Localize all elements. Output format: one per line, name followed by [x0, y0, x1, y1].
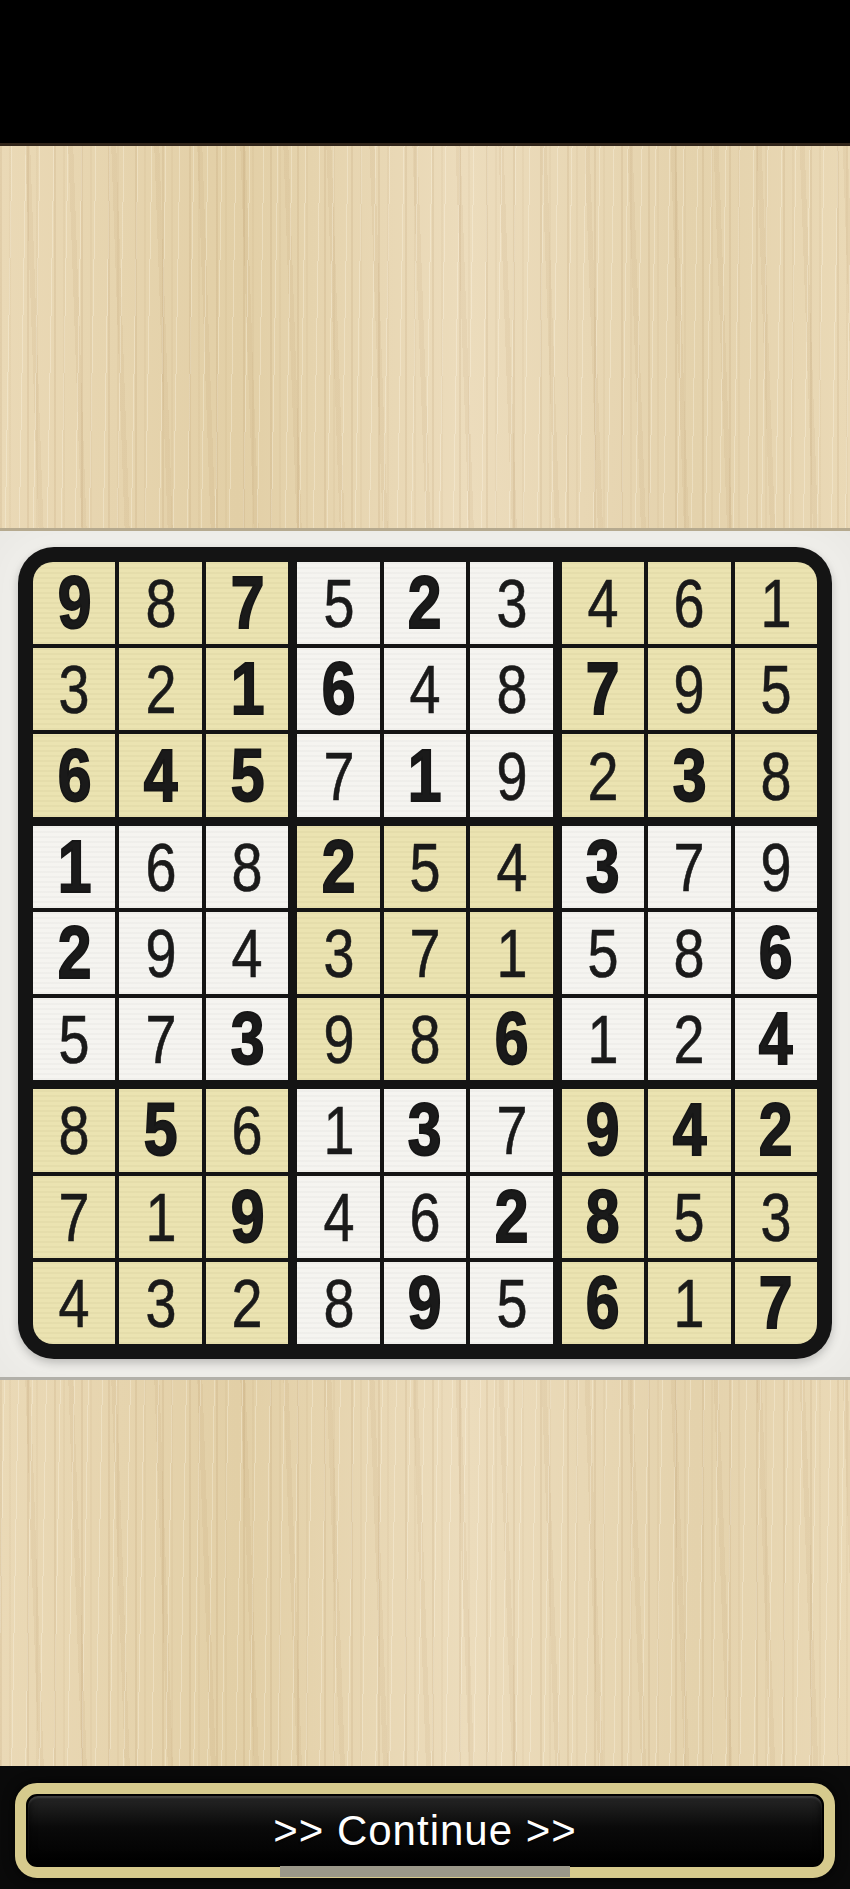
box-4: 168294573	[33, 826, 288, 1081]
solved-digit: 2	[232, 1269, 263, 1337]
cell-r7c8[interactable]: 4	[648, 1089, 730, 1171]
bottom-action-bar: >> Continue >>	[0, 1766, 850, 1889]
cell-r2c3[interactable]: 1	[206, 648, 288, 730]
solved-digit: 7	[323, 742, 354, 810]
solved-digit: 9	[496, 742, 527, 810]
given-digit: 2	[408, 566, 442, 640]
cell-r9c9[interactable]: 7	[735, 1262, 817, 1344]
solved-digit: 8	[323, 1269, 354, 1337]
given-digit: 2	[57, 916, 91, 990]
cell-r5c8[interactable]: 8	[648, 912, 730, 994]
solved-digit: 9	[760, 833, 791, 901]
cell-r8c9[interactable]: 3	[735, 1176, 817, 1258]
cell-r4c3[interactable]: 8	[206, 826, 288, 908]
cell-r5c2[interactable]: 9	[119, 912, 201, 994]
cell-r4c4[interactable]: 2	[297, 826, 379, 908]
cell-r1c4[interactable]: 5	[297, 562, 379, 644]
solved-digit: 6	[409, 1183, 440, 1251]
cell-r8c5[interactable]: 6	[384, 1176, 466, 1258]
solved-digit: 1	[145, 1183, 176, 1251]
cell-r2c6[interactable]: 8	[470, 648, 552, 730]
solved-digit: 3	[145, 1269, 176, 1337]
solved-digit: 9	[674, 655, 705, 723]
solved-digit: 3	[760, 1183, 791, 1251]
cell-r5c9[interactable]: 6	[735, 912, 817, 994]
cell-r3c8[interactable]: 3	[648, 734, 730, 816]
solved-digit: 7	[409, 919, 440, 987]
given-digit: 1	[57, 830, 91, 904]
solved-digit: 6	[674, 569, 705, 637]
cell-r5c1[interactable]: 2	[33, 912, 115, 994]
sudoku-board: 9873216455236487194617952381682945732543…	[18, 547, 832, 1359]
cell-r9c8[interactable]: 1	[648, 1262, 730, 1344]
cell-r1c2[interactable]: 8	[119, 562, 201, 644]
cell-r6c9[interactable]: 4	[735, 998, 817, 1080]
cell-r3c1[interactable]: 6	[33, 734, 115, 816]
cell-r5c5[interactable]: 7	[384, 912, 466, 994]
solved-digit: 5	[59, 1005, 90, 1073]
given-digit: 5	[144, 1093, 178, 1167]
given-digit: 4	[759, 1002, 793, 1076]
solved-digit: 5	[760, 655, 791, 723]
cell-r3c6[interactable]: 9	[470, 734, 552, 816]
given-digit: 3	[586, 830, 620, 904]
solved-digit: 1	[587, 1005, 618, 1073]
given-digit: 2	[495, 1180, 529, 1254]
cell-r1c8[interactable]: 6	[648, 562, 730, 644]
given-digit: 9	[586, 1093, 620, 1167]
solved-digit: 2	[587, 742, 618, 810]
given-digit: 6	[759, 916, 793, 990]
box-7: 856719432	[33, 1089, 288, 1344]
cell-r8c1[interactable]: 7	[33, 1176, 115, 1258]
solved-digit: 8	[674, 919, 705, 987]
cell-r6c1[interactable]: 5	[33, 998, 115, 1080]
cell-r5c4[interactable]: 3	[297, 912, 379, 994]
given-digit: 2	[759, 1093, 793, 1167]
cell-r8c6[interactable]: 2	[470, 1176, 552, 1258]
box-6: 379586124	[562, 826, 817, 1081]
cell-r3c5[interactable]: 1	[384, 734, 466, 816]
cell-r6c5[interactable]: 8	[384, 998, 466, 1080]
box-1: 987321645	[33, 562, 288, 817]
given-digit: 3	[408, 1093, 442, 1167]
solved-digit: 9	[145, 919, 176, 987]
cell-r2c9[interactable]: 5	[735, 648, 817, 730]
cell-r1c1[interactable]: 9	[33, 562, 115, 644]
given-digit: 9	[57, 566, 91, 640]
paper-panel: 9873216455236487194617952381682945732543…	[0, 528, 850, 1380]
cell-r4c9[interactable]: 9	[735, 826, 817, 908]
solved-digit: 1	[323, 1096, 354, 1164]
solved-digit: 7	[496, 1096, 527, 1164]
cell-r7c7[interactable]: 9	[562, 1089, 644, 1171]
cell-r9c5[interactable]: 9	[384, 1262, 466, 1344]
box-8: 137462895	[297, 1089, 552, 1344]
solved-digit: 4	[232, 919, 263, 987]
cell-r5c7[interactable]: 5	[562, 912, 644, 994]
cell-r1c7[interactable]: 4	[562, 562, 644, 644]
solved-digit: 3	[323, 919, 354, 987]
status-bar	[0, 0, 850, 146]
given-digit: 1	[230, 652, 264, 726]
cell-r4c6[interactable]: 4	[470, 826, 552, 908]
solved-digit: 3	[59, 655, 90, 723]
cell-r9c6[interactable]: 5	[470, 1262, 552, 1344]
solved-digit: 8	[496, 655, 527, 723]
solved-digit: 1	[674, 1269, 705, 1337]
solved-digit: 3	[496, 569, 527, 637]
solved-digit: 5	[409, 833, 440, 901]
box-3: 461795238	[562, 562, 817, 817]
cell-r9c1[interactable]: 4	[33, 1262, 115, 1344]
gesture-pill[interactable]	[280, 1866, 570, 1877]
solved-digit: 8	[59, 1096, 90, 1164]
cell-r8c3[interactable]: 9	[206, 1176, 288, 1258]
solved-digit: 8	[232, 833, 263, 901]
cell-r3c3[interactable]: 5	[206, 734, 288, 816]
cell-r7c5[interactable]: 3	[384, 1089, 466, 1171]
cell-r6c6[interactable]: 6	[470, 998, 552, 1080]
solved-digit: 8	[145, 569, 176, 637]
cell-r6c2[interactable]: 7	[119, 998, 201, 1080]
cell-r4c1[interactable]: 1	[33, 826, 115, 908]
cell-r6c8[interactable]: 2	[648, 998, 730, 1080]
cell-r2c7[interactable]: 7	[562, 648, 644, 730]
given-digit: 7	[759, 1266, 793, 1340]
solved-digit: 8	[760, 742, 791, 810]
solved-digit: 2	[145, 655, 176, 723]
solved-digit: 4	[323, 1183, 354, 1251]
box-9: 942853617	[562, 1089, 817, 1344]
cell-r9c4[interactable]: 8	[297, 1262, 379, 1344]
cell-r1c5[interactable]: 2	[384, 562, 466, 644]
cell-r8c2[interactable]: 1	[119, 1176, 201, 1258]
cell-r2c1[interactable]: 3	[33, 648, 115, 730]
given-digit: 7	[586, 652, 620, 726]
cell-r6c7[interactable]: 1	[562, 998, 644, 1080]
continue-button[interactable]: >> Continue >>	[15, 1783, 835, 1878]
given-digit: 9	[408, 1266, 442, 1340]
cell-r4c5[interactable]: 5	[384, 826, 466, 908]
solved-digit: 5	[496, 1269, 527, 1337]
solved-digit: 7	[145, 1005, 176, 1073]
box-2: 523648719	[297, 562, 552, 817]
given-digit: 6	[57, 739, 91, 813]
given-digit: 4	[672, 1093, 706, 1167]
solved-digit: 4	[496, 833, 527, 901]
cell-r8c8[interactable]: 5	[648, 1176, 730, 1258]
solved-digit: 7	[59, 1183, 90, 1251]
given-digit: 1	[408, 739, 442, 813]
solved-digit: 1	[496, 919, 527, 987]
given-digit: 6	[586, 1266, 620, 1340]
solved-digit: 4	[409, 655, 440, 723]
continue-button-face[interactable]: >> Continue >>	[28, 1796, 822, 1865]
solved-digit: 6	[145, 833, 176, 901]
cell-r2c2[interactable]: 2	[119, 648, 201, 730]
cell-r4c8[interactable]: 7	[648, 826, 730, 908]
solved-digit: 4	[587, 569, 618, 637]
cell-r2c8[interactable]: 9	[648, 648, 730, 730]
phone-screen: 9873216455236487194617952381682945732543…	[0, 0, 850, 1889]
cell-r6c3[interactable]: 3	[206, 998, 288, 1080]
cell-r7c9[interactable]: 2	[735, 1089, 817, 1171]
solved-digit: 6	[232, 1096, 263, 1164]
cell-r3c4[interactable]: 7	[297, 734, 379, 816]
given-digit: 6	[495, 1002, 529, 1076]
cell-r2c4[interactable]: 6	[297, 648, 379, 730]
cell-r9c7[interactable]: 6	[562, 1262, 644, 1344]
cell-r1c9[interactable]: 1	[735, 562, 817, 644]
solved-digit: 5	[587, 919, 618, 987]
solved-digit: 1	[760, 569, 791, 637]
solved-digit: 4	[59, 1269, 90, 1337]
given-digit: 3	[672, 739, 706, 813]
given-digit: 4	[144, 739, 178, 813]
cell-r4c2[interactable]: 6	[119, 826, 201, 908]
cell-r7c2[interactable]: 5	[119, 1089, 201, 1171]
cell-r1c3[interactable]: 7	[206, 562, 288, 644]
cell-r8c4[interactable]: 4	[297, 1176, 379, 1258]
cell-r5c6[interactable]: 1	[470, 912, 552, 994]
cell-r6c4[interactable]: 9	[297, 998, 379, 1080]
given-digit: 5	[230, 739, 264, 813]
solved-digit: 7	[674, 833, 705, 901]
cell-r2c5[interactable]: 4	[384, 648, 466, 730]
cell-r7c3[interactable]: 6	[206, 1089, 288, 1171]
given-digit: 8	[586, 1180, 620, 1254]
cell-r3c7[interactable]: 2	[562, 734, 644, 816]
given-digit: 6	[322, 652, 356, 726]
cell-r5c3[interactable]: 4	[206, 912, 288, 994]
solved-digit: 2	[674, 1005, 705, 1073]
given-digit: 9	[230, 1180, 264, 1254]
cell-r7c4[interactable]: 1	[297, 1089, 379, 1171]
continue-button-label: >> Continue >>	[273, 1807, 577, 1855]
given-digit: 3	[230, 1002, 264, 1076]
box-5: 254371986	[297, 826, 552, 1081]
cell-r3c9[interactable]: 8	[735, 734, 817, 816]
cell-r9c2[interactable]: 3	[119, 1262, 201, 1344]
cell-r4c7[interactable]: 3	[562, 826, 644, 908]
sudoku-board-grid: 9873216455236487194617952381682945732543…	[33, 562, 817, 1344]
given-digit: 7	[230, 566, 264, 640]
cell-r3c2[interactable]: 4	[119, 734, 201, 816]
cell-r1c6[interactable]: 3	[470, 562, 552, 644]
cell-r7c1[interactable]: 8	[33, 1089, 115, 1171]
solved-digit: 5	[674, 1183, 705, 1251]
cell-r9c3[interactable]: 2	[206, 1262, 288, 1344]
cell-r8c7[interactable]: 8	[562, 1176, 644, 1258]
given-digit: 2	[322, 830, 356, 904]
cell-r7c6[interactable]: 7	[470, 1089, 552, 1171]
solved-digit: 5	[323, 569, 354, 637]
solved-digit: 9	[323, 1005, 354, 1073]
solved-digit: 8	[409, 1005, 440, 1073]
